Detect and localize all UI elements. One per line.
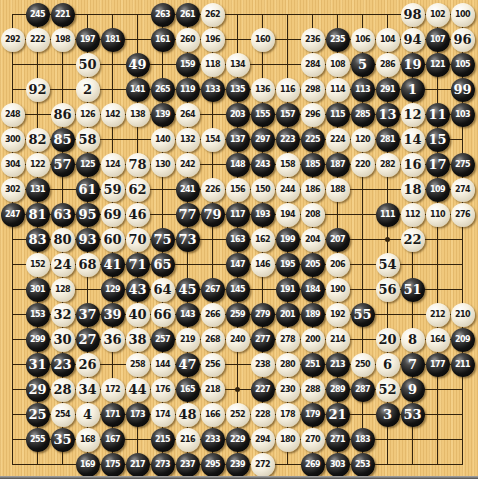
board-point-16-11[interactable]: 54 <box>375 252 400 277</box>
board-point-19-19[interactable] <box>450 452 475 477</box>
board-point-15-17[interactable] <box>350 402 375 427</box>
board-point-7-15[interactable]: 144 <box>150 352 175 377</box>
board-point-12-13[interactable]: 201 <box>275 302 300 327</box>
board-point-2-7[interactable]: 122 <box>25 152 50 177</box>
board-point-15-10[interactable] <box>350 227 375 252</box>
board-point-11-19[interactable]: 272 <box>250 452 275 477</box>
board-point-18-19[interactable] <box>425 452 450 477</box>
board-point-15-13[interactable]: 55 <box>350 302 375 327</box>
board-point-10-1[interactable] <box>225 2 250 27</box>
board-point-12-6[interactable]: 223 <box>275 127 300 152</box>
board-point-7-18[interactable]: 215 <box>150 427 175 452</box>
board-point-11-16[interactable]: 227 <box>250 377 275 402</box>
board-point-8-2[interactable]: 260 <box>175 27 200 52</box>
board-point-11-4[interactable]: 136 <box>250 77 275 102</box>
board-point-9-9[interactable]: 79 <box>200 202 225 227</box>
board-point-11-5[interactable]: 155 <box>250 102 275 127</box>
board-point-11-12[interactable] <box>250 277 275 302</box>
board-point-1-6[interactable]: 300 <box>0 127 25 152</box>
board-point-7-6[interactable]: 140 <box>150 127 175 152</box>
board-point-15-11[interactable] <box>350 252 375 277</box>
board-point-7-11[interactable]: 65 <box>150 252 175 277</box>
board-point-19-13[interactable]: 210 <box>450 302 475 327</box>
board-point-9-13[interactable]: 266 <box>200 302 225 327</box>
board-point-10-3[interactable]: 134 <box>225 52 250 77</box>
board-point-18-14[interactable]: 164 <box>425 327 450 352</box>
board-point-16-5[interactable]: 13 <box>375 102 400 127</box>
board-point-3-3[interactable] <box>50 52 75 77</box>
board-point-5-3[interactable] <box>100 52 125 77</box>
board-point-3-10[interactable]: 80 <box>50 227 75 252</box>
board-point-14-4[interactable]: 114 <box>325 77 350 102</box>
board-point-19-7[interactable]: 275 <box>450 152 475 177</box>
board-point-14-2[interactable]: 235 <box>325 27 350 52</box>
board-point-19-6[interactable] <box>450 127 475 152</box>
board-point-6-4[interactable]: 141 <box>125 77 150 102</box>
board-point-3-4[interactable] <box>50 77 75 102</box>
board-point-13-16[interactable]: 288 <box>300 377 325 402</box>
board-point-17-3[interactable]: 19 <box>400 52 425 77</box>
board-point-1-18[interactable] <box>0 427 25 452</box>
board-point-16-16[interactable]: 52 <box>375 377 400 402</box>
board-point-18-3[interactable]: 121 <box>425 52 450 77</box>
board-point-8-16[interactable]: 165 <box>175 377 200 402</box>
board-point-2-4[interactable]: 92 <box>25 77 50 102</box>
board-point-2-2[interactable]: 222 <box>25 27 50 52</box>
board-point-1-8[interactable]: 302 <box>0 177 25 202</box>
board-point-15-2[interactable]: 106 <box>350 27 375 52</box>
board-point-10-8[interactable]: 156 <box>225 177 250 202</box>
board-point-10-18[interactable]: 229 <box>225 427 250 452</box>
board-point-2-15[interactable]: 31 <box>25 352 50 377</box>
board-point-16-15[interactable]: 6 <box>375 352 400 377</box>
board-point-14-17[interactable]: 21 <box>325 402 350 427</box>
board-point-17-11[interactable] <box>400 252 425 277</box>
board-point-11-7[interactable]: 243 <box>250 152 275 177</box>
board-point-19-11[interactable] <box>450 252 475 277</box>
board-point-18-8[interactable]: 109 <box>425 177 450 202</box>
board-point-6-3[interactable]: 49 <box>125 52 150 77</box>
board-point-8-11[interactable] <box>175 252 200 277</box>
board-point-19-9[interactable]: 276 <box>450 202 475 227</box>
board-point-2-5[interactable] <box>25 102 50 127</box>
board-point-6-19[interactable]: 217 <box>125 452 150 477</box>
board-point-7-9[interactable] <box>150 202 175 227</box>
board-point-16-19[interactable] <box>375 452 400 477</box>
board-point-5-14[interactable]: 36 <box>100 327 125 352</box>
board-point-3-8[interactable] <box>50 177 75 202</box>
board-point-16-3[interactable]: 286 <box>375 52 400 77</box>
board-point-13-18[interactable]: 270 <box>300 427 325 452</box>
board-point-14-5[interactable]: 115 <box>325 102 350 127</box>
board-point-10-10[interactable]: 163 <box>225 227 250 252</box>
board-point-8-6[interactable]: 132 <box>175 127 200 152</box>
board-point-10-5[interactable]: 203 <box>225 102 250 127</box>
board-point-11-2[interactable]: 160 <box>250 27 275 52</box>
board-point-7-16[interactable]: 176 <box>150 377 175 402</box>
board-point-6-7[interactable]: 78 <box>125 152 150 177</box>
board-point-17-6[interactable]: 14 <box>400 127 425 152</box>
board-point-4-14[interactable]: 27 <box>75 327 100 352</box>
board-point-10-11[interactable]: 147 <box>225 252 250 277</box>
board-point-6-1[interactable] <box>125 2 150 27</box>
board-point-1-1[interactable] <box>0 2 25 27</box>
board-point-6-11[interactable]: 71 <box>125 252 150 277</box>
board-point-18-11[interactable] <box>425 252 450 277</box>
board-point-10-9[interactable]: 117 <box>225 202 250 227</box>
board-point-5-5[interactable]: 142 <box>100 102 125 127</box>
board-point-19-10[interactable] <box>450 227 475 252</box>
board-point-9-6[interactable]: 154 <box>200 127 225 152</box>
board-point-17-12[interactable]: 51 <box>400 277 425 302</box>
board-point-6-6[interactable] <box>125 127 150 152</box>
board-point-18-15[interactable]: 177 <box>425 352 450 377</box>
board-point-16-7[interactable]: 282 <box>375 152 400 177</box>
board-point-4-19[interactable]: 169 <box>75 452 100 477</box>
board-point-10-19[interactable]: 239 <box>225 452 250 477</box>
board-point-5-19[interactable]: 175 <box>100 452 125 477</box>
board-point-5-10[interactable]: 60 <box>100 227 125 252</box>
board-point-9-11[interactable] <box>200 252 225 277</box>
board-point-6-5[interactable]: 138 <box>125 102 150 127</box>
board-point-10-2[interactable] <box>225 27 250 52</box>
board-point-19-14[interactable]: 209 <box>450 327 475 352</box>
board-point-1-3[interactable] <box>0 52 25 77</box>
board-point-14-10[interactable]: 207 <box>325 227 350 252</box>
board-point-3-17[interactable]: 254 <box>50 402 75 427</box>
board-point-18-12[interactable] <box>425 277 450 302</box>
board-point-13-3[interactable]: 284 <box>300 52 325 77</box>
board-point-14-8[interactable]: 188 <box>325 177 350 202</box>
board-point-3-18[interactable]: 35 <box>50 427 75 452</box>
board-point-12-12[interactable]: 191 <box>275 277 300 302</box>
board-point-16-10[interactable] <box>375 227 400 252</box>
board-point-14-18[interactable]: 271 <box>325 427 350 452</box>
board-point-9-5[interactable] <box>200 102 225 127</box>
board-point-19-5[interactable]: 103 <box>450 102 475 127</box>
board-point-2-16[interactable]: 29 <box>25 377 50 402</box>
board-point-7-1[interactable]: 263 <box>150 2 175 27</box>
board-point-17-10[interactable]: 22 <box>400 227 425 252</box>
board-point-11-1[interactable] <box>250 2 275 27</box>
board-point-4-4[interactable]: 2 <box>75 77 100 102</box>
board-point-9-16[interactable]: 218 <box>200 377 225 402</box>
board-point-14-15[interactable]: 213 <box>325 352 350 377</box>
board-point-12-2[interactable] <box>275 27 300 52</box>
board-point-19-12[interactable] <box>450 277 475 302</box>
board-point-8-4[interactable]: 119 <box>175 77 200 102</box>
board-point-6-17[interactable]: 173 <box>125 402 150 427</box>
board-point-8-13[interactable]: 143 <box>175 302 200 327</box>
board-point-9-18[interactable]: 233 <box>200 427 225 452</box>
board-point-15-7[interactable]: 220 <box>350 152 375 177</box>
board-point-8-5[interactable]: 264 <box>175 102 200 127</box>
board-point-10-12[interactable]: 145 <box>225 277 250 302</box>
board-point-17-9[interactable]: 112 <box>400 202 425 227</box>
board-point-16-4[interactable]: 291 <box>375 77 400 102</box>
board-point-1-19[interactable] <box>0 452 25 477</box>
board-point-6-15[interactable]: 258 <box>125 352 150 377</box>
board-point-4-9[interactable]: 95 <box>75 202 100 227</box>
board-point-11-9[interactable]: 193 <box>250 202 275 227</box>
board-point-5-18[interactable]: 167 <box>100 427 125 452</box>
board-point-5-1[interactable] <box>100 2 125 27</box>
board-point-14-3[interactable]: 108 <box>325 52 350 77</box>
board-point-9-10[interactable] <box>200 227 225 252</box>
board-point-13-1[interactable] <box>300 2 325 27</box>
board-point-5-17[interactable]: 171 <box>100 402 125 427</box>
board-point-18-10[interactable] <box>425 227 450 252</box>
board-point-18-16[interactable] <box>425 377 450 402</box>
board-point-15-1[interactable] <box>350 2 375 27</box>
board-point-6-9[interactable]: 46 <box>125 202 150 227</box>
board-point-2-1[interactable]: 245 <box>25 2 50 27</box>
board-point-3-11[interactable]: 24 <box>50 252 75 277</box>
board-point-16-6[interactable]: 281 <box>375 127 400 152</box>
board-point-10-16[interactable] <box>225 377 250 402</box>
board-point-10-15[interactable] <box>225 352 250 377</box>
board-point-18-2[interactable]: 107 <box>425 27 450 52</box>
board-point-18-13[interactable]: 212 <box>425 302 450 327</box>
board-point-11-3[interactable] <box>250 52 275 77</box>
board-point-17-1[interactable]: 98 <box>400 2 425 27</box>
board-point-13-10[interactable]: 204 <box>300 227 325 252</box>
board-point-13-2[interactable]: 236 <box>300 27 325 52</box>
board-point-12-1[interactable] <box>275 2 300 27</box>
board-point-14-13[interactable]: 192 <box>325 302 350 327</box>
board-point-17-16[interactable]: 9 <box>400 377 425 402</box>
board-point-3-19[interactable] <box>50 452 75 477</box>
board-point-1-14[interactable] <box>0 327 25 352</box>
board-point-18-5[interactable]: 11 <box>425 102 450 127</box>
board-point-14-1[interactable] <box>325 2 350 27</box>
board-point-7-2[interactable]: 161 <box>150 27 175 52</box>
board-point-17-8[interactable]: 18 <box>400 177 425 202</box>
board-point-14-14[interactable]: 214 <box>325 327 350 352</box>
board-point-2-6[interactable]: 82 <box>25 127 50 152</box>
board-point-4-8[interactable]: 61 <box>75 177 100 202</box>
board-point-14-12[interactable]: 190 <box>325 277 350 302</box>
board-point-18-18[interactable] <box>425 427 450 452</box>
board-point-17-7[interactable]: 16 <box>400 152 425 177</box>
board-point-9-19[interactable]: 295 <box>200 452 225 477</box>
board-point-10-4[interactable]: 135 <box>225 77 250 102</box>
board-point-7-17[interactable]: 174 <box>150 402 175 427</box>
board-point-13-19[interactable]: 269 <box>300 452 325 477</box>
board-point-2-8[interactable]: 131 <box>25 177 50 202</box>
board-point-4-3[interactable]: 50 <box>75 52 100 77</box>
board-point-13-6[interactable]: 225 <box>300 127 325 152</box>
board-point-16-2[interactable]: 104 <box>375 27 400 52</box>
board-point-14-11[interactable]: 206 <box>325 252 350 277</box>
board-point-4-18[interactable]: 168 <box>75 427 100 452</box>
board-point-17-13[interactable] <box>400 302 425 327</box>
board-point-7-5[interactable]: 139 <box>150 102 175 127</box>
board-point-19-17[interactable] <box>450 402 475 427</box>
board-point-15-18[interactable]: 183 <box>350 427 375 452</box>
board-point-16-14[interactable]: 20 <box>375 327 400 352</box>
board-point-15-12[interactable] <box>350 277 375 302</box>
board-point-16-17[interactable]: 3 <box>375 402 400 427</box>
board-point-6-18[interactable] <box>125 427 150 452</box>
board-point-9-12[interactable]: 267 <box>200 277 225 302</box>
board-point-12-14[interactable]: 278 <box>275 327 300 352</box>
board-point-11-15[interactable]: 238 <box>250 352 275 377</box>
board-point-5-15[interactable] <box>100 352 125 377</box>
board-point-7-12[interactable]: 64 <box>150 277 175 302</box>
board-point-6-10[interactable]: 70 <box>125 227 150 252</box>
board-point-8-12[interactable]: 45 <box>175 277 200 302</box>
board-point-17-14[interactable]: 8 <box>400 327 425 352</box>
board-point-12-19[interactable] <box>275 452 300 477</box>
board-point-8-3[interactable]: 159 <box>175 52 200 77</box>
board-point-19-8[interactable]: 274 <box>450 177 475 202</box>
board-point-3-7[interactable]: 57 <box>50 152 75 177</box>
board-point-2-17[interactable]: 25 <box>25 402 50 427</box>
board-point-8-18[interactable]: 216 <box>175 427 200 452</box>
board-point-5-12[interactable]: 129 <box>100 277 125 302</box>
board-point-3-5[interactable]: 86 <box>50 102 75 127</box>
board-point-12-11[interactable]: 195 <box>275 252 300 277</box>
board-point-1-12[interactable] <box>0 277 25 302</box>
board-point-4-11[interactable]: 68 <box>75 252 100 277</box>
board-point-18-9[interactable]: 110 <box>425 202 450 227</box>
board-point-19-4[interactable]: 99 <box>450 77 475 102</box>
board-point-2-19[interactable] <box>25 452 50 477</box>
board-point-15-9[interactable] <box>350 202 375 227</box>
board-point-9-4[interactable]: 133 <box>200 77 225 102</box>
board-point-3-6[interactable]: 85 <box>50 127 75 152</box>
board-point-11-14[interactable]: 277 <box>250 327 275 352</box>
board-point-6-8[interactable]: 62 <box>125 177 150 202</box>
board-point-9-1[interactable]: 262 <box>200 2 225 27</box>
board-point-3-12[interactable]: 128 <box>50 277 75 302</box>
board-point-16-12[interactable]: 56 <box>375 277 400 302</box>
board-point-9-8[interactable]: 226 <box>200 177 225 202</box>
board-point-17-5[interactable]: 12 <box>400 102 425 127</box>
board-point-2-3[interactable] <box>25 52 50 77</box>
board-point-2-10[interactable]: 83 <box>25 227 50 252</box>
board-point-12-9[interactable]: 194 <box>275 202 300 227</box>
board-point-8-17[interactable]: 48 <box>175 402 200 427</box>
board-point-3-1[interactable]: 221 <box>50 2 75 27</box>
board-point-9-14[interactable]: 268 <box>200 327 225 352</box>
board-point-14-6[interactable]: 224 <box>325 127 350 152</box>
board-point-19-1[interactable]: 100 <box>450 2 475 27</box>
board-point-1-4[interactable] <box>0 77 25 102</box>
board-point-2-18[interactable]: 255 <box>25 427 50 452</box>
board-point-2-11[interactable]: 152 <box>25 252 50 277</box>
board-point-4-6[interactable]: 58 <box>75 127 100 152</box>
board-point-1-13[interactable] <box>0 302 25 327</box>
board-point-5-4[interactable] <box>100 77 125 102</box>
board-point-8-10[interactable]: 73 <box>175 227 200 252</box>
board-point-11-18[interactable]: 294 <box>250 427 275 452</box>
board-point-8-7[interactable]: 242 <box>175 152 200 177</box>
board-point-16-9[interactable]: 111 <box>375 202 400 227</box>
board-point-14-7[interactable]: 187 <box>325 152 350 177</box>
board-point-14-9[interactable] <box>325 202 350 227</box>
board-point-12-4[interactable]: 116 <box>275 77 300 102</box>
board-point-1-16[interactable] <box>0 377 25 402</box>
board-point-3-13[interactable]: 32 <box>50 302 75 327</box>
board-point-7-3[interactable] <box>150 52 175 77</box>
board-point-6-2[interactable] <box>125 27 150 52</box>
board-point-12-18[interactable]: 180 <box>275 427 300 452</box>
board-point-13-12[interactable]: 184 <box>300 277 325 302</box>
board-point-9-17[interactable]: 166 <box>200 402 225 427</box>
board-point-17-2[interactable]: 94 <box>400 27 425 52</box>
board-point-5-13[interactable]: 39 <box>100 302 125 327</box>
board-point-7-14[interactable]: 257 <box>150 327 175 352</box>
board-point-18-17[interactable] <box>425 402 450 427</box>
board-point-6-13[interactable]: 40 <box>125 302 150 327</box>
board-point-19-3[interactable]: 105 <box>450 52 475 77</box>
board-point-13-5[interactable]: 296 <box>300 102 325 127</box>
board-point-18-7[interactable]: 17 <box>425 152 450 177</box>
board-point-3-2[interactable]: 198 <box>50 27 75 52</box>
board-point-1-7[interactable]: 304 <box>0 152 25 177</box>
board-point-13-8[interactable]: 186 <box>300 177 325 202</box>
board-point-12-15[interactable]: 280 <box>275 352 300 377</box>
board-point-12-8[interactable]: 244 <box>275 177 300 202</box>
board-point-13-9[interactable]: 208 <box>300 202 325 227</box>
board-point-19-18[interactable] <box>450 427 475 452</box>
board-point-10-6[interactable]: 137 <box>225 127 250 152</box>
board-point-16-8[interactable] <box>375 177 400 202</box>
board-point-11-6[interactable]: 297 <box>250 127 275 152</box>
board-point-1-9[interactable]: 247 <box>0 202 25 227</box>
board-point-10-7[interactable]: 148 <box>225 152 250 177</box>
board-point-11-10[interactable]: 162 <box>250 227 275 252</box>
board-point-15-6[interactable]: 120 <box>350 127 375 152</box>
board-point-4-1[interactable] <box>75 2 100 27</box>
board-point-2-13[interactable]: 153 <box>25 302 50 327</box>
board-point-17-15[interactable]: 7 <box>400 352 425 377</box>
board-point-2-12[interactable]: 301 <box>25 277 50 302</box>
board-point-7-13[interactable]: 66 <box>150 302 175 327</box>
board-point-18-6[interactable]: 15 <box>425 127 450 152</box>
board-point-4-7[interactable]: 125 <box>75 152 100 177</box>
board-point-15-19[interactable]: 253 <box>350 452 375 477</box>
board-point-12-3[interactable] <box>275 52 300 77</box>
board-point-18-4[interactable] <box>425 77 450 102</box>
board-point-13-17[interactable]: 179 <box>300 402 325 427</box>
board-point-3-9[interactable]: 63 <box>50 202 75 227</box>
board-point-13-15[interactable]: 251 <box>300 352 325 377</box>
board-point-8-19[interactable]: 237 <box>175 452 200 477</box>
board-point-15-14[interactable] <box>350 327 375 352</box>
board-point-12-10[interactable]: 199 <box>275 227 300 252</box>
board-point-3-14[interactable]: 30 <box>50 327 75 352</box>
board-point-1-11[interactable] <box>0 252 25 277</box>
board-point-4-2[interactable]: 197 <box>75 27 100 52</box>
board-point-1-10[interactable] <box>0 227 25 252</box>
board-point-13-4[interactable]: 298 <box>300 77 325 102</box>
board-point-16-1[interactable] <box>375 2 400 27</box>
board-point-12-5[interactable]: 157 <box>275 102 300 127</box>
board-point-1-2[interactable]: 292 <box>0 27 25 52</box>
board-point-5-8[interactable]: 59 <box>100 177 125 202</box>
board-point-1-15[interactable] <box>0 352 25 377</box>
board-point-8-8[interactable]: 241 <box>175 177 200 202</box>
board-point-7-4[interactable]: 265 <box>150 77 175 102</box>
board-point-12-17[interactable]: 178 <box>275 402 300 427</box>
board-point-3-15[interactable]: 23 <box>50 352 75 377</box>
board-point-13-11[interactable]: 205 <box>300 252 325 277</box>
board-point-15-4[interactable]: 113 <box>350 77 375 102</box>
board-point-19-15[interactable]: 211 <box>450 352 475 377</box>
